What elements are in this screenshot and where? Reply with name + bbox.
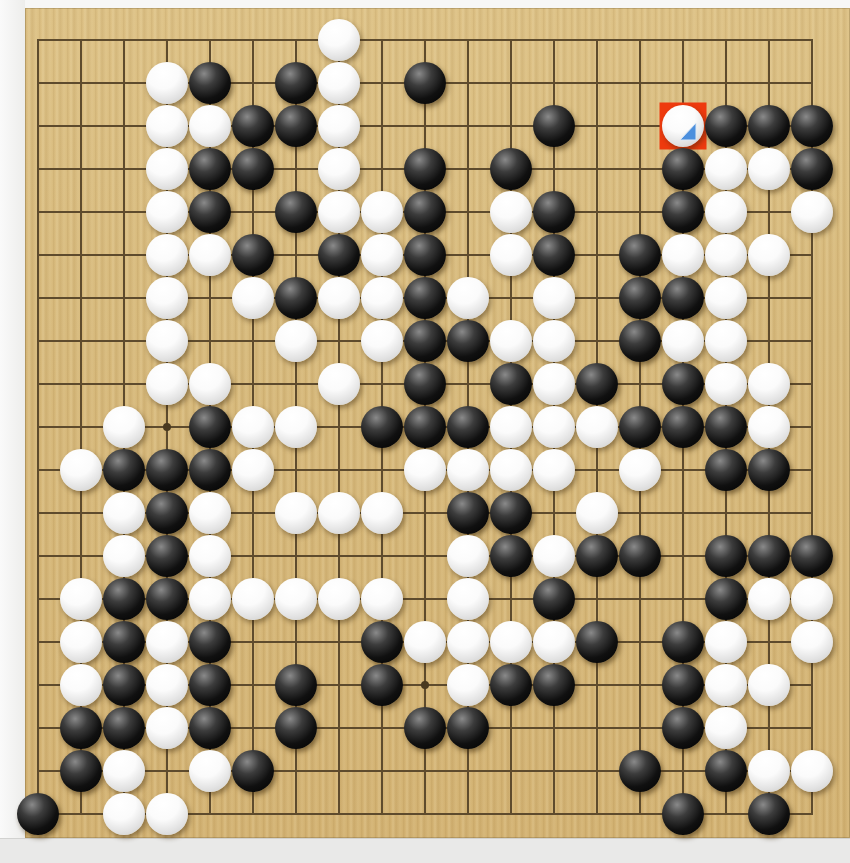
stone-black[interactable] — [146, 492, 188, 534]
stone-white[interactable] — [318, 492, 360, 534]
stone-white[interactable] — [705, 148, 747, 190]
stone-white[interactable] — [146, 277, 188, 319]
stone-black[interactable] — [361, 406, 403, 448]
stone-black[interactable] — [662, 406, 704, 448]
stone-black[interactable] — [662, 793, 704, 835]
stone-white[interactable] — [533, 406, 575, 448]
stone-white[interactable] — [361, 277, 403, 319]
stone-white[interactable] — [146, 363, 188, 405]
stone-white[interactable] — [404, 621, 446, 663]
stone-white[interactable] — [748, 234, 790, 276]
stone-black[interactable] — [619, 750, 661, 792]
stone-white[interactable] — [748, 750, 790, 792]
stone-white[interactable] — [490, 191, 532, 233]
bottom-margin — [0, 838, 850, 863]
stone-black[interactable] — [189, 148, 231, 190]
stone-white[interactable] — [318, 19, 360, 61]
stone-white[interactable] — [146, 664, 188, 706]
stone-black[interactable] — [576, 535, 618, 577]
stone-white[interactable] — [146, 621, 188, 663]
stone-white[interactable] — [189, 363, 231, 405]
stone-white[interactable] — [662, 234, 704, 276]
stone-black[interactable] — [662, 191, 704, 233]
stone-black[interactable] — [447, 707, 489, 749]
stone-white[interactable] — [576, 492, 618, 534]
stone-black[interactable] — [705, 578, 747, 620]
stone-white[interactable] — [533, 320, 575, 362]
stone-black[interactable] — [146, 578, 188, 620]
stone-white[interactable] — [447, 535, 489, 577]
stone-white[interactable] — [791, 750, 833, 792]
stone-black[interactable] — [232, 750, 274, 792]
hoshi-dot — [163, 423, 171, 431]
stone-black[interactable] — [447, 320, 489, 362]
stone-black[interactable] — [275, 62, 317, 104]
stone-black[interactable] — [662, 277, 704, 319]
stone-white[interactable] — [275, 406, 317, 448]
stone-white[interactable] — [447, 664, 489, 706]
stone-black[interactable] — [490, 535, 532, 577]
stone-black[interactable] — [705, 535, 747, 577]
stone-white[interactable] — [275, 320, 317, 362]
stone-white[interactable] — [318, 578, 360, 620]
stone-white[interactable] — [533, 535, 575, 577]
stone-white[interactable] — [146, 707, 188, 749]
stone-white[interactable] — [533, 621, 575, 663]
stone-black[interactable] — [146, 535, 188, 577]
stone-black[interactable] — [619, 320, 661, 362]
stone-white[interactable] — [447, 621, 489, 663]
stone-black[interactable] — [705, 750, 747, 792]
stone-white[interactable] — [361, 320, 403, 362]
stone-black[interactable] — [103, 707, 145, 749]
stone-white[interactable] — [146, 105, 188, 147]
stone-black[interactable] — [662, 707, 704, 749]
stone-black[interactable] — [748, 535, 790, 577]
top-margin — [0, 0, 850, 8]
grid-line-horizontal — [37, 770, 813, 772]
stone-white[interactable] — [361, 578, 403, 620]
stone-white[interactable] — [146, 191, 188, 233]
stone-black[interactable] — [189, 621, 231, 663]
stone-white[interactable] — [748, 148, 790, 190]
stone-black[interactable] — [447, 492, 489, 534]
stone-black[interactable] — [705, 105, 747, 147]
stone-white[interactable] — [748, 664, 790, 706]
stone-black[interactable] — [533, 664, 575, 706]
stone-white[interactable] — [705, 191, 747, 233]
stone-black[interactable] — [146, 449, 188, 491]
stone-white[interactable] — [791, 578, 833, 620]
stone-black[interactable] — [662, 363, 704, 405]
stone-black[interactable] — [619, 277, 661, 319]
stone-white[interactable] — [60, 664, 102, 706]
stone-black[interactable] — [103, 449, 145, 491]
stone-black[interactable] — [275, 105, 317, 147]
stone-white[interactable] — [60, 578, 102, 620]
stone-black[interactable] — [103, 621, 145, 663]
stone-white[interactable] — [490, 234, 532, 276]
stone-black[interactable] — [791, 535, 833, 577]
stone-black[interactable] — [619, 535, 661, 577]
stone-white[interactable] — [705, 234, 747, 276]
stone-black[interactable] — [533, 578, 575, 620]
stone-white[interactable] — [146, 234, 188, 276]
stone-white[interactable] — [232, 578, 274, 620]
stone-white[interactable] — [533, 449, 575, 491]
stone-white[interactable] — [232, 277, 274, 319]
stone-black[interactable] — [490, 664, 532, 706]
stone-black[interactable] — [662, 664, 704, 706]
stone-white[interactable] — [748, 578, 790, 620]
stone-white[interactable] — [318, 363, 360, 405]
stone-black[interactable] — [748, 449, 790, 491]
stone-black[interactable] — [232, 148, 274, 190]
stone-black[interactable] — [705, 449, 747, 491]
stone-white[interactable] — [318, 62, 360, 104]
stone-white[interactable] — [447, 277, 489, 319]
stone-white[interactable] — [275, 578, 317, 620]
stone-white[interactable] — [619, 449, 661, 491]
stone-black[interactable] — [576, 363, 618, 405]
stone-black[interactable] — [662, 621, 704, 663]
stone-black[interactable] — [404, 148, 446, 190]
stone-black[interactable] — [748, 105, 790, 147]
stone-black[interactable] — [189, 62, 231, 104]
stone-white[interactable] — [275, 492, 317, 534]
stone-black[interactable] — [404, 320, 446, 362]
last-move-marker-triangle — [677, 120, 701, 144]
stone-black[interactable] — [103, 664, 145, 706]
stone-black[interactable] — [447, 406, 489, 448]
stone-black[interactable] — [275, 277, 317, 319]
stone-black[interactable] — [533, 234, 575, 276]
stone-black[interactable] — [791, 105, 833, 147]
stone-black[interactable] — [60, 750, 102, 792]
stone-white[interactable] — [705, 320, 747, 362]
stone-black[interactable] — [361, 664, 403, 706]
stone-white[interactable] — [189, 234, 231, 276]
stone-black[interactable] — [576, 621, 618, 663]
stone-white[interactable] — [533, 363, 575, 405]
stone-black[interactable] — [275, 191, 317, 233]
stone-white[interactable] — [705, 363, 747, 405]
stone-white[interactable] — [318, 277, 360, 319]
stone-white[interactable] — [189, 750, 231, 792]
stone-white[interactable] — [361, 191, 403, 233]
stone-white[interactable] — [60, 621, 102, 663]
stone-black[interactable] — [404, 277, 446, 319]
stone-white[interactable] — [146, 62, 188, 104]
stone-white[interactable] — [447, 449, 489, 491]
stone-white[interactable] — [146, 793, 188, 835]
stone-black[interactable] — [189, 191, 231, 233]
stone-white[interactable] — [490, 449, 532, 491]
stone-white[interactable] — [103, 793, 145, 835]
stone-white[interactable] — [189, 492, 231, 534]
stone-black[interactable] — [189, 449, 231, 491]
stone-white[interactable] — [490, 406, 532, 448]
stone-white[interactable] — [748, 363, 790, 405]
stone-black[interactable] — [60, 707, 102, 749]
stone-white[interactable] — [361, 234, 403, 276]
stone-black[interactable] — [404, 363, 446, 405]
stone-black[interactable] — [275, 707, 317, 749]
stone-black[interactable] — [490, 148, 532, 190]
stone-white[interactable] — [705, 707, 747, 749]
stone-black[interactable] — [232, 234, 274, 276]
stone-white[interactable] — [533, 277, 575, 319]
stone-black[interactable] — [404, 406, 446, 448]
stone-white[interactable] — [705, 664, 747, 706]
stone-black[interactable] — [533, 105, 575, 147]
stone-white[interactable] — [748, 406, 790, 448]
stone-white[interactable] — [103, 750, 145, 792]
stone-black[interactable] — [490, 363, 532, 405]
stone-black[interactable] — [404, 62, 446, 104]
stone-black[interactable] — [619, 234, 661, 276]
stone-black[interactable] — [404, 191, 446, 233]
stone-white[interactable] — [146, 320, 188, 362]
stone-white[interactable] — [318, 191, 360, 233]
stone-white[interactable] — [404, 449, 446, 491]
stone-black[interactable] — [705, 406, 747, 448]
stone-white[interactable] — [791, 191, 833, 233]
stone-white[interactable] — [791, 621, 833, 663]
stone-white[interactable] — [103, 406, 145, 448]
stone-black[interactable] — [361, 621, 403, 663]
hoshi-dot — [421, 681, 429, 689]
stone-white[interactable] — [318, 105, 360, 147]
stone-white[interactable] — [318, 148, 360, 190]
stone-white[interactable] — [447, 578, 489, 620]
stone-black[interactable] — [189, 664, 231, 706]
stone-white[interactable] — [705, 621, 747, 663]
stone-white[interactable] — [60, 449, 102, 491]
stone-white[interactable] — [189, 105, 231, 147]
stone-black[interactable] — [189, 406, 231, 448]
stone-white[interactable] — [189, 535, 231, 577]
stone-black[interactable] — [17, 793, 59, 835]
stone-black[interactable] — [275, 664, 317, 706]
stone-white[interactable] — [490, 320, 532, 362]
stone-white[interactable] — [705, 277, 747, 319]
stone-black[interactable] — [318, 234, 360, 276]
stone-black[interactable] — [619, 406, 661, 448]
stone-white[interactable] — [146, 148, 188, 190]
stone-white[interactable] — [576, 406, 618, 448]
stone-black[interactable] — [662, 148, 704, 190]
stone-white[interactable] — [103, 535, 145, 577]
stone-black[interactable] — [404, 707, 446, 749]
stone-black[interactable] — [748, 793, 790, 835]
stone-black[interactable] — [490, 492, 532, 534]
go-board[interactable] — [25, 8, 850, 838]
stone-white[interactable] — [103, 492, 145, 534]
stone-white[interactable] — [189, 578, 231, 620]
stone-white[interactable] — [662, 320, 704, 362]
stone-white[interactable] — [232, 449, 274, 491]
stone-white[interactable] — [361, 492, 403, 534]
stone-white[interactable] — [490, 621, 532, 663]
stone-black[interactable] — [189, 707, 231, 749]
stone-black[interactable] — [533, 191, 575, 233]
stone-white[interactable] — [232, 406, 274, 448]
left-margin — [0, 0, 25, 863]
stone-black[interactable] — [404, 234, 446, 276]
stone-black[interactable] — [232, 105, 274, 147]
stone-black[interactable] — [791, 148, 833, 190]
stone-black[interactable] — [103, 578, 145, 620]
